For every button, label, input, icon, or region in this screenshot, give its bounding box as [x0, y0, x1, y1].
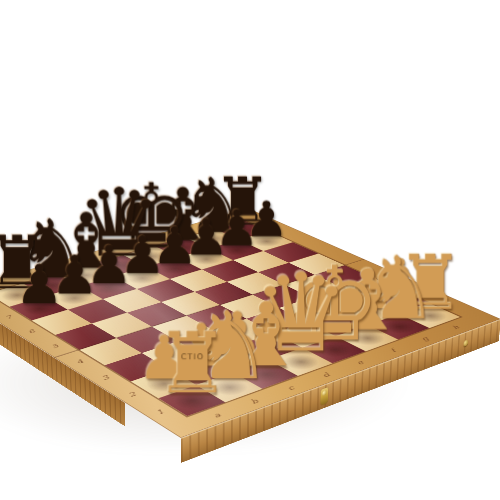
brass-screw: [463, 339, 468, 346]
white-rook-glyph: ♜CTIO: [124, 323, 260, 405]
black-pawn-glyph: ♟: [0, 259, 99, 312]
scene: ♜♞♝♛♚♝♞♜♟♟♟♟♟♟♟♟♟♟♟♟♟♟♟♟♜CTIO♞♝♛♚♝♞♜ abc…: [0, 0, 500, 500]
chess-set-photo: ♜♞♝♛♚♝♞♜♟♟♟♟♟♟♟♟♟♟♟♟♟♟♟♟♜CTIO♞♝♛♚♝♞♜ abc…: [0, 0, 500, 500]
rook-carving-text: CTIO: [124, 354, 260, 362]
brass-fold-latch: [320, 387, 328, 406]
